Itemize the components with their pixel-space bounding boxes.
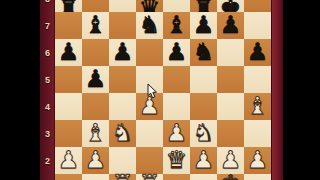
square-a6[interactable]: ♟	[55, 39, 82, 66]
piece-white-rook[interactable]: ♜	[109, 171, 136, 180]
piece-white-knight[interactable]: ♞	[190, 120, 217, 147]
square-f4[interactable]	[190, 93, 217, 120]
square-d1[interactable]: ♜	[136, 174, 163, 180]
square-f2[interactable]: ♟	[190, 147, 217, 174]
piece-black-bishop[interactable]: ♝	[82, 12, 109, 39]
square-h2[interactable]: ♟	[244, 147, 271, 174]
piece-black-knight[interactable]: ♞	[136, 12, 163, 39]
piece-black-pawn[interactable]: ♟	[190, 12, 217, 39]
square-b4[interactable]	[82, 93, 109, 120]
square-e5[interactable]	[163, 66, 190, 93]
square-h1[interactable]	[244, 174, 271, 180]
square-f6[interactable]: ♞	[190, 39, 217, 66]
square-b1[interactable]	[82, 174, 109, 180]
square-a3[interactable]	[55, 120, 82, 147]
square-e3[interactable]: ♟	[163, 120, 190, 147]
square-a8[interactable]: ♜	[55, 0, 82, 12]
rank-label-3: 3	[40, 129, 55, 139]
square-g4[interactable]	[217, 93, 244, 120]
square-c5[interactable]	[109, 66, 136, 93]
square-a5[interactable]	[55, 66, 82, 93]
square-d7[interactable]: ♞	[136, 12, 163, 39]
square-d3[interactable]	[136, 120, 163, 147]
piece-white-bishop[interactable]: ♝	[82, 120, 109, 147]
square-h6[interactable]: ♟	[244, 39, 271, 66]
square-f5[interactable]	[190, 66, 217, 93]
square-g3[interactable]	[217, 120, 244, 147]
square-b6[interactable]	[82, 39, 109, 66]
rank-label-8: 8	[40, 0, 55, 4]
piece-white-pawn[interactable]: ♟	[163, 120, 190, 147]
board-frame-right	[271, 0, 283, 180]
rank-label-2: 2	[40, 156, 55, 166]
piece-black-pawn[interactable]: ♟	[82, 66, 109, 93]
square-b7[interactable]: ♝	[82, 12, 109, 39]
square-a2[interactable]: ♟	[55, 147, 82, 174]
square-h3[interactable]	[244, 120, 271, 147]
square-e6[interactable]: ♟	[163, 39, 190, 66]
chess-board[interactable]: ♜♛♜♚♝♞♝♟♟♟♟♟♞♟♟♟♝♝♞♟♞♟♟♛♟♟♟♜♜♚	[55, 0, 271, 180]
rank-label-6: 6	[40, 48, 55, 58]
piece-black-pawn[interactable]: ♟	[55, 39, 82, 66]
square-g1[interactable]: ♚	[217, 174, 244, 180]
square-g5[interactable]	[217, 66, 244, 93]
square-a4[interactable]	[55, 93, 82, 120]
square-h8[interactable]	[244, 0, 271, 12]
square-c3[interactable]: ♞	[109, 120, 136, 147]
piece-white-king[interactable]: ♚	[217, 171, 244, 180]
piece-white-bishop[interactable]: ♝	[244, 93, 271, 120]
piece-black-pawn[interactable]: ♟	[244, 39, 271, 66]
board-frame: 87654321 ♜♛♜♚♝♞♝♟♟♟♟♟♞♟♟♟♝♝♞♟♞♟♟♛♟♟♟♜♜♚	[40, 0, 282, 180]
square-c7[interactable]	[109, 12, 136, 39]
screenshot-root: 87654321 ♜♛♜♚♝♞♝♟♟♟♟♟♞♟♟♟♝♝♞♟♞♟♟♛♟♟♟♜♜♚	[0, 0, 320, 180]
square-g7[interactable]: ♟	[217, 12, 244, 39]
piece-white-pawn[interactable]: ♟	[82, 147, 109, 174]
square-e1[interactable]	[163, 174, 190, 180]
square-b2[interactable]: ♟	[82, 147, 109, 174]
square-f3[interactable]: ♞	[190, 120, 217, 147]
rank-labels: 87654321	[40, 0, 55, 180]
rank-label-5: 5	[40, 75, 55, 85]
square-c1[interactable]: ♜	[109, 174, 136, 180]
square-a1[interactable]	[55, 174, 82, 180]
square-a7[interactable]	[55, 12, 82, 39]
square-f7[interactable]: ♟	[190, 12, 217, 39]
square-e4[interactable]	[163, 93, 190, 120]
square-b3[interactable]: ♝	[82, 120, 109, 147]
piece-white-pawn[interactable]: ♟	[190, 147, 217, 174]
piece-white-rook[interactable]: ♜	[136, 171, 163, 180]
piece-black-pawn[interactable]: ♟	[163, 39, 190, 66]
square-f1[interactable]	[190, 174, 217, 180]
mouse-cursor-icon	[147, 84, 158, 99]
square-h4[interactable]: ♝	[244, 93, 271, 120]
square-c6[interactable]: ♟	[109, 39, 136, 66]
square-h5[interactable]	[244, 66, 271, 93]
piece-white-pawn[interactable]: ♟	[244, 147, 271, 174]
rank-label-7: 7	[40, 21, 55, 31]
piece-white-pawn[interactable]: ♟	[55, 147, 82, 174]
square-e7[interactable]: ♝	[163, 12, 190, 39]
square-g6[interactable]	[217, 39, 244, 66]
square-h7[interactable]	[244, 12, 271, 39]
piece-white-knight[interactable]: ♞	[109, 120, 136, 147]
piece-black-pawn[interactable]: ♟	[217, 12, 244, 39]
square-e2[interactable]: ♛	[163, 147, 190, 174]
square-d6[interactable]	[136, 39, 163, 66]
rank-label-4: 4	[40, 102, 55, 112]
square-c4[interactable]	[109, 93, 136, 120]
piece-black-pawn[interactable]: ♟	[109, 39, 136, 66]
piece-white-queen[interactable]: ♛	[163, 147, 190, 174]
square-c8[interactable]	[109, 0, 136, 12]
square-b5[interactable]: ♟	[82, 66, 109, 93]
piece-black-knight[interactable]: ♞	[190, 39, 217, 66]
piece-black-bishop[interactable]: ♝	[163, 12, 190, 39]
